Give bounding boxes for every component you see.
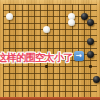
go-lesson-screenshot: 这样的围空太小了 → — [0, 0, 100, 100]
star-point — [89, 65, 92, 68]
black-stone — [87, 51, 94, 58]
white-stone — [6, 13, 13, 20]
star-point — [45, 65, 48, 68]
caption-text: 这样的围空太小了 — [0, 51, 73, 65]
next-arrow-button[interactable]: → — [74, 51, 84, 61]
black-stone — [81, 13, 88, 20]
white-stone — [68, 19, 75, 26]
black-stone — [87, 38, 94, 45]
white-stone — [43, 26, 50, 33]
black-stone — [87, 19, 94, 26]
black-stone — [93, 76, 100, 83]
board-bottom-edge — [0, 97, 100, 100]
